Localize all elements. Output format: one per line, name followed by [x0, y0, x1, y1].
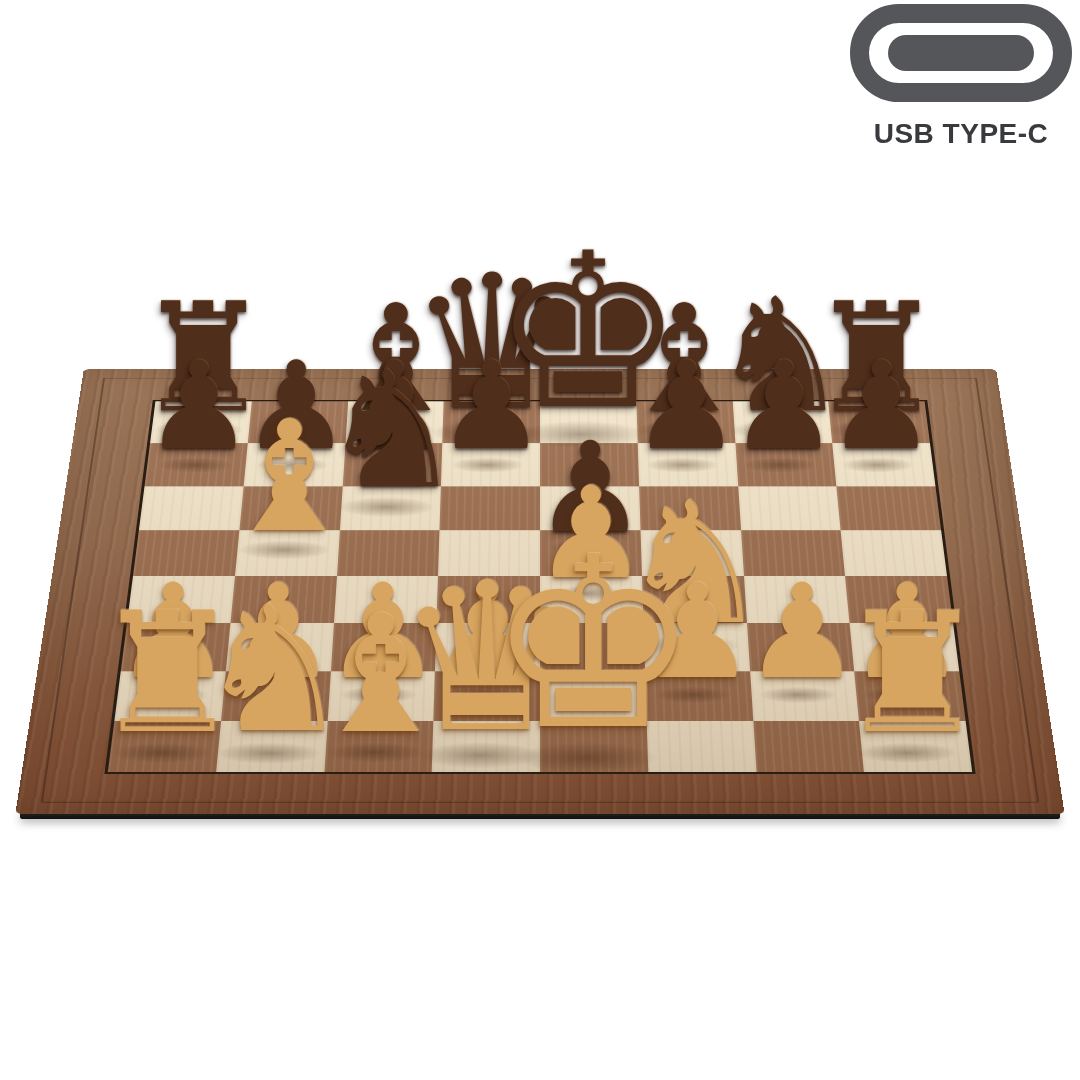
square-a5	[133, 530, 239, 576]
square-c6	[339, 486, 441, 530]
square-d8	[443, 401, 540, 443]
square-f1	[646, 721, 756, 772]
square-h8	[828, 401, 930, 443]
square-f4	[642, 576, 747, 623]
square-h1	[859, 721, 972, 772]
square-b3	[226, 623, 334, 671]
square-d1	[432, 721, 540, 772]
square-d7	[441, 443, 540, 486]
square-c3	[330, 623, 436, 671]
usb-type-c-icon-inner-pill	[888, 35, 1034, 71]
square-a1	[108, 721, 221, 772]
square-h5	[841, 530, 947, 576]
square-e4	[540, 576, 643, 623]
square-g1	[753, 721, 864, 772]
product-photo-canvas: USB TYPE-C ♜♝♛♚♝♞♜♟♟♟♟♟♟♟♞♝♟♟♞♟♟♟♟♟♟♟♜♞♝…	[0, 0, 1080, 1080]
square-d4	[437, 576, 540, 623]
square-g8	[732, 401, 832, 443]
square-e5	[540, 530, 642, 576]
square-h2	[854, 671, 965, 721]
square-h4	[845, 576, 953, 623]
square-d6	[440, 486, 540, 530]
square-e3	[540, 623, 645, 671]
square-a8	[150, 401, 252, 443]
square-e2	[540, 671, 646, 721]
square-a3	[121, 623, 230, 671]
square-b8	[248, 401, 348, 443]
square-h7	[832, 443, 935, 486]
square-b1	[216, 721, 327, 772]
square-g3	[747, 623, 855, 671]
square-b4	[230, 576, 336, 623]
square-c4	[333, 576, 438, 623]
square-f3	[643, 623, 749, 671]
square-e7	[540, 443, 639, 486]
square-h3	[850, 623, 959, 671]
square-g4	[744, 576, 850, 623]
square-g6	[738, 486, 841, 530]
square-e8	[540, 401, 637, 443]
square-f2	[645, 671, 753, 721]
chess-board	[15, 369, 1064, 814]
board-frame	[15, 369, 1064, 814]
square-b2	[221, 671, 331, 721]
square-d3	[435, 623, 540, 671]
square-e1	[540, 721, 648, 772]
square-g7	[735, 443, 837, 486]
square-g5	[741, 530, 846, 576]
square-f6	[639, 486, 741, 530]
square-c5	[337, 530, 440, 576]
square-c1	[324, 721, 434, 772]
square-g2	[750, 671, 860, 721]
square-a6	[139, 486, 244, 530]
square-a7	[145, 443, 248, 486]
usb-type-c-icon	[850, 4, 1072, 102]
square-c7	[342, 443, 442, 486]
square-d5	[438, 530, 540, 576]
square-b5	[235, 530, 340, 576]
square-e6	[540, 486, 640, 530]
square-f8	[636, 401, 735, 443]
square-d2	[434, 671, 540, 721]
square-a4	[127, 576, 235, 623]
square-f7	[637, 443, 737, 486]
square-c2	[327, 671, 435, 721]
square-h6	[837, 486, 942, 530]
square-c8	[345, 401, 444, 443]
usb-type-c-label: USB TYPE-C	[850, 118, 1072, 150]
square-a2	[114, 671, 225, 721]
square-b7	[243, 443, 345, 486]
usb-type-c-badge: USB TYPE-C	[850, 4, 1072, 150]
board-grid	[104, 400, 975, 774]
square-b6	[239, 486, 342, 530]
square-f5	[640, 530, 743, 576]
